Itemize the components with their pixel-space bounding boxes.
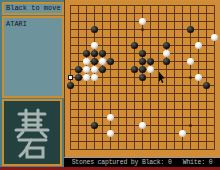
black-stone bbox=[75, 74, 82, 81]
logo-panel bbox=[2, 99, 62, 166]
white-stone bbox=[139, 18, 146, 25]
board-grid-line-v bbox=[182, 5, 183, 150]
board-grid-line-v bbox=[166, 5, 167, 150]
white-stone bbox=[187, 58, 194, 65]
hoshi-point bbox=[189, 124, 192, 127]
board-grid-line-v bbox=[206, 5, 207, 150]
white-stone bbox=[211, 34, 218, 41]
white-stone bbox=[107, 130, 114, 137]
black-stone bbox=[91, 26, 98, 33]
black-stone bbox=[139, 66, 146, 73]
black-stone bbox=[139, 58, 146, 65]
board-grid-line-h bbox=[70, 101, 215, 102]
board-grid-line-h bbox=[70, 141, 215, 142]
board-grid-line-h bbox=[70, 109, 215, 110]
black-stone bbox=[91, 122, 98, 129]
black-stone bbox=[91, 50, 98, 57]
message-panel: ATARI bbox=[2, 16, 64, 98]
black-stone bbox=[83, 50, 90, 57]
white-stone bbox=[195, 74, 202, 81]
black-stone bbox=[187, 26, 194, 33]
captures-white-label: White: bbox=[183, 159, 205, 166]
black-stone bbox=[99, 50, 106, 57]
white-stone bbox=[83, 74, 90, 81]
black-stone bbox=[139, 74, 146, 81]
board-grid-line-h bbox=[70, 117, 215, 118]
white-stone bbox=[139, 122, 146, 129]
white-stone bbox=[99, 58, 106, 65]
black-stone bbox=[203, 82, 210, 89]
board-grid-line-v bbox=[150, 5, 151, 150]
black-stone bbox=[139, 50, 146, 57]
board-grid-line-h bbox=[70, 85, 215, 86]
go-kanji-logo bbox=[12, 107, 52, 159]
board-grid-line-v bbox=[174, 5, 175, 150]
black-stone bbox=[131, 66, 138, 73]
black-stone bbox=[147, 58, 154, 65]
black-stone bbox=[163, 58, 170, 65]
go-board[interactable] bbox=[64, 0, 220, 157]
white-stone bbox=[83, 58, 90, 65]
atari-message: ATARI bbox=[6, 20, 27, 28]
black-stone bbox=[131, 42, 138, 49]
black-stone bbox=[99, 66, 106, 73]
captures-black-label: Stones captured by Black: bbox=[72, 159, 165, 166]
captures-black-count: 0 bbox=[168, 159, 172, 166]
square-point-marker bbox=[68, 75, 73, 80]
turn-indicator-panel: Black to move bbox=[2, 2, 64, 15]
white-stone bbox=[91, 66, 98, 73]
white-stone bbox=[163, 50, 170, 57]
board-grid-line-h bbox=[70, 93, 215, 94]
black-stone bbox=[163, 42, 170, 49]
black-stone bbox=[75, 66, 82, 73]
black-stone bbox=[107, 58, 114, 65]
bottom-accent-strip bbox=[0, 167, 220, 170]
board-grid-line-v bbox=[214, 5, 215, 150]
hoshi-point bbox=[141, 28, 144, 31]
board-grid-line-h bbox=[70, 133, 215, 134]
white-stone bbox=[91, 74, 98, 81]
captures-white-count: 0 bbox=[209, 159, 213, 166]
white-stone bbox=[195, 42, 202, 49]
black-stone bbox=[67, 82, 74, 89]
turn-indicator-text: Black to move bbox=[6, 4, 61, 12]
board-grid-line-h bbox=[70, 149, 215, 150]
white-stone bbox=[147, 66, 154, 73]
white-stone bbox=[83, 66, 90, 73]
white-stone bbox=[91, 42, 98, 49]
white-stone bbox=[107, 114, 114, 121]
hoshi-point bbox=[189, 76, 192, 79]
black-stone bbox=[91, 58, 98, 65]
white-stone bbox=[179, 130, 186, 137]
